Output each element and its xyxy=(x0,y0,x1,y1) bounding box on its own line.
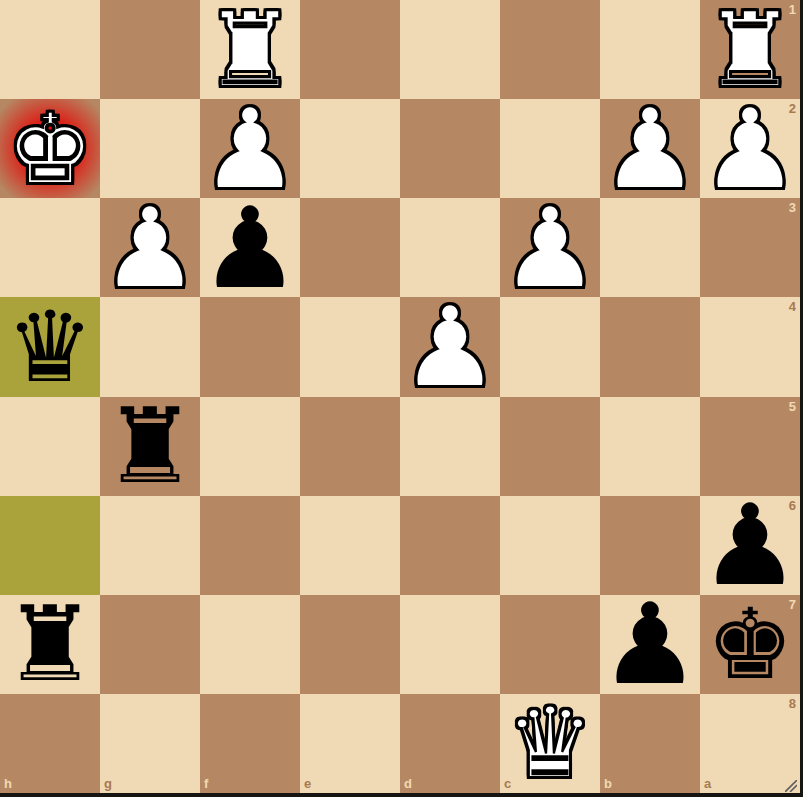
square-d2[interactable] xyxy=(400,99,500,198)
square-g5[interactable]: ♜ xyxy=(100,397,200,496)
square-h1[interactable] xyxy=(0,0,100,99)
file-label-b: b xyxy=(604,776,612,791)
square-g7[interactable] xyxy=(100,595,200,694)
file-label-f: f xyxy=(204,776,208,791)
square-c7[interactable] xyxy=(500,595,600,694)
white-pawn[interactable]: ♟ xyxy=(100,198,200,297)
square-a2[interactable]: ♟2 xyxy=(700,99,800,198)
square-g6[interactable] xyxy=(100,496,200,595)
square-a6[interactable]: ♟6 xyxy=(700,496,800,595)
square-c6[interactable] xyxy=(500,496,600,595)
square-e3[interactable] xyxy=(300,198,400,297)
chess-board: ♜♜1♚♟♟♟2♟♟♟3♛♟4♜5♟6♜♟♚7hgfed♛cb8a xyxy=(0,0,800,793)
square-c1[interactable] xyxy=(500,0,600,99)
square-b2[interactable]: ♟ xyxy=(600,99,700,198)
square-b5[interactable] xyxy=(600,397,700,496)
square-e8[interactable]: e xyxy=(300,694,400,793)
square-b7[interactable]: ♟ xyxy=(600,595,700,694)
file-label-h: h xyxy=(4,776,12,791)
square-f3[interactable]: ♟ xyxy=(200,198,300,297)
resize-handle-icon xyxy=(785,780,797,792)
black-rook[interactable]: ♜ xyxy=(100,397,200,496)
square-e7[interactable] xyxy=(300,595,400,694)
square-h3[interactable] xyxy=(0,198,100,297)
square-d6[interactable] xyxy=(400,496,500,595)
square-f5[interactable] xyxy=(200,397,300,496)
rank-label-4: 4 xyxy=(789,299,796,314)
file-label-a: a xyxy=(704,776,711,791)
square-g3[interactable]: ♟ xyxy=(100,198,200,297)
black-queen[interactable]: ♛ xyxy=(0,297,100,396)
square-d7[interactable] xyxy=(400,595,500,694)
square-a7[interactable]: ♚7 xyxy=(700,595,800,694)
square-b4[interactable] xyxy=(600,297,700,396)
square-h7[interactable]: ♜ xyxy=(0,595,100,694)
black-pawn[interactable]: ♟ xyxy=(700,496,800,595)
square-h2[interactable]: ♚ xyxy=(0,99,100,198)
square-d8[interactable]: d xyxy=(400,694,500,793)
white-pawn[interactable]: ♟ xyxy=(700,99,800,198)
square-e4[interactable] xyxy=(300,297,400,396)
square-e5[interactable] xyxy=(300,397,400,496)
square-h5[interactable] xyxy=(0,397,100,496)
black-rook[interactable]: ♜ xyxy=(0,595,100,694)
white-pawn[interactable]: ♟ xyxy=(600,99,700,198)
square-g8[interactable]: g xyxy=(100,694,200,793)
square-c5[interactable] xyxy=(500,397,600,496)
square-g1[interactable] xyxy=(100,0,200,99)
square-f6[interactable] xyxy=(200,496,300,595)
square-e2[interactable] xyxy=(300,99,400,198)
square-e6[interactable] xyxy=(300,496,400,595)
file-label-e: e xyxy=(304,776,311,791)
square-f7[interactable] xyxy=(200,595,300,694)
square-d4[interactable]: ♟ xyxy=(400,297,500,396)
square-c3[interactable]: ♟ xyxy=(500,198,600,297)
black-pawn[interactable]: ♟ xyxy=(600,595,700,694)
square-a4[interactable]: 4 xyxy=(700,297,800,396)
white-pawn[interactable]: ♟ xyxy=(400,297,500,396)
white-pawn[interactable]: ♟ xyxy=(500,198,600,297)
square-d1[interactable] xyxy=(400,0,500,99)
square-h6[interactable] xyxy=(0,496,100,595)
white-king[interactable]: ♚ xyxy=(0,99,100,198)
file-label-d: d xyxy=(404,776,412,791)
square-e1[interactable] xyxy=(300,0,400,99)
file-label-g: g xyxy=(104,776,112,791)
square-c8[interactable]: ♛c xyxy=(500,694,600,793)
board-resize-handle[interactable] xyxy=(785,778,797,790)
square-h8[interactable]: h xyxy=(0,694,100,793)
black-king[interactable]: ♚ xyxy=(700,595,800,694)
square-h4[interactable]: ♛ xyxy=(0,297,100,396)
white-queen[interactable]: ♛ xyxy=(500,694,600,793)
black-pawn[interactable]: ♟ xyxy=(200,198,300,297)
rank-label-5: 5 xyxy=(789,399,796,414)
square-f8[interactable]: f xyxy=(200,694,300,793)
